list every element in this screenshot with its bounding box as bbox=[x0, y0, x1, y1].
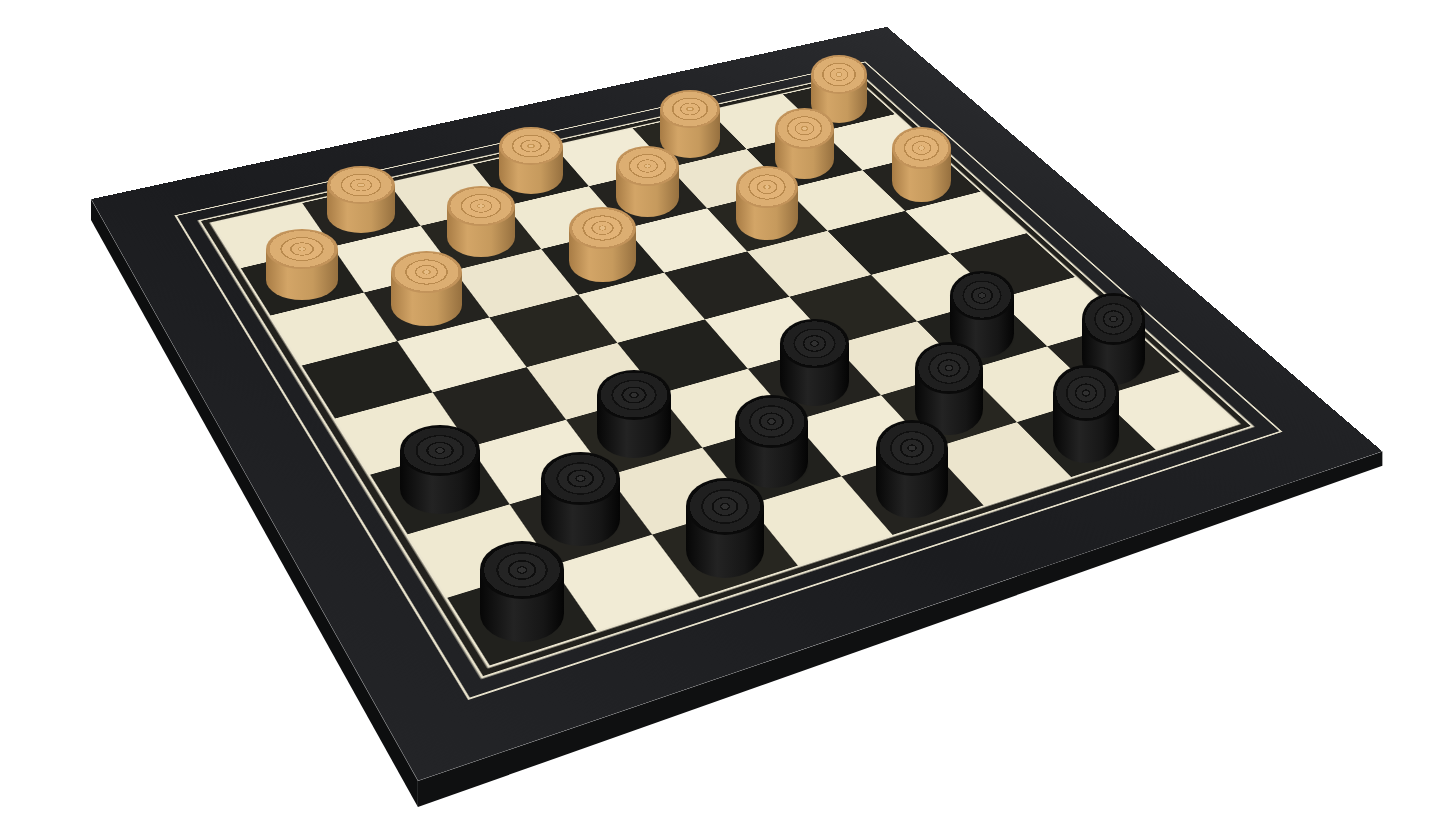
piece-top-face bbox=[811, 55, 867, 94]
piece-top-face bbox=[775, 108, 834, 148]
piece-top-face bbox=[499, 127, 563, 165]
dark-piece[interactable] bbox=[400, 425, 480, 514]
light-piece[interactable] bbox=[266, 229, 338, 300]
piece-layer bbox=[0, 0, 1445, 813]
light-piece[interactable] bbox=[327, 166, 395, 233]
piece-top-face bbox=[541, 452, 620, 505]
piece-top-face bbox=[447, 186, 515, 226]
piece-top-face bbox=[950, 271, 1014, 321]
piece-top-face bbox=[1082, 293, 1145, 345]
dark-piece[interactable] bbox=[541, 452, 620, 546]
light-piece[interactable] bbox=[447, 186, 515, 257]
light-piece[interactable] bbox=[391, 251, 462, 326]
piece-top-face bbox=[735, 395, 808, 448]
piece-top-face bbox=[1053, 365, 1120, 421]
piece-top-face bbox=[736, 166, 798, 208]
dark-piece[interactable] bbox=[876, 420, 948, 519]
light-piece[interactable] bbox=[736, 166, 798, 241]
light-piece[interactable] bbox=[499, 127, 563, 194]
piece-top-face bbox=[569, 207, 636, 249]
piece-top-face bbox=[876, 420, 948, 476]
light-piece[interactable] bbox=[892, 127, 951, 202]
light-piece[interactable] bbox=[569, 207, 636, 282]
dark-piece[interactable] bbox=[735, 395, 808, 488]
dark-piece[interactable] bbox=[1053, 365, 1120, 463]
piece-top-face bbox=[597, 370, 671, 420]
piece-top-face bbox=[400, 425, 480, 476]
piece-top-face bbox=[660, 90, 720, 128]
dark-piece[interactable] bbox=[780, 319, 849, 407]
dark-piece[interactable] bbox=[597, 370, 671, 458]
piece-top-face bbox=[480, 541, 564, 598]
dark-piece[interactable] bbox=[480, 541, 564, 642]
scene bbox=[0, 0, 1445, 813]
piece-top-face bbox=[686, 478, 764, 534]
piece-top-face bbox=[892, 127, 951, 170]
piece-top-face bbox=[915, 342, 983, 395]
piece-top-face bbox=[780, 319, 849, 369]
dark-piece[interactable] bbox=[686, 478, 764, 578]
